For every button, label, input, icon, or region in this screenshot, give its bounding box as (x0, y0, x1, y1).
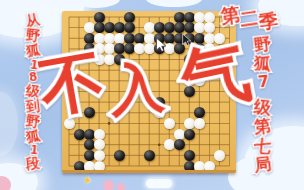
stone-white (94, 139, 105, 150)
stone-white (104, 33, 115, 44)
title-char: 季 (258, 11, 279, 32)
stone-black (84, 139, 95, 150)
stone-white (214, 150, 225, 161)
stone-black (94, 12, 105, 23)
stone-white (114, 33, 125, 44)
title-char: 狐 (253, 54, 272, 73)
stone-black (124, 12, 135, 23)
title-char: 段 (25, 155, 41, 171)
stone-black (84, 129, 95, 140)
stone-white (84, 161, 95, 172)
stone-white (94, 161, 105, 172)
stone-black (74, 161, 85, 172)
cloud-top-center-2 (146, 0, 202, 7)
mini-cloud-decoration (146, 179, 172, 188)
title-char: 第 (253, 117, 272, 136)
title-char: 级 (253, 98, 272, 117)
title-char: 7 (257, 73, 270, 90)
title-char: 狐 (25, 128, 41, 144)
stone-black (104, 22, 115, 33)
title-char: 野 (253, 35, 272, 54)
stone-black (114, 150, 125, 161)
stone-black (84, 150, 95, 161)
stone-white (204, 22, 215, 33)
stone-black (184, 129, 195, 140)
title-char: 局 (253, 155, 272, 174)
stone-black (114, 43, 125, 54)
white-pointer-icon (156, 38, 167, 52)
stone-white (104, 43, 115, 54)
star-decoration-icon: ✦ (80, 172, 94, 189)
stone-white (84, 22, 95, 33)
stone-white (164, 118, 175, 129)
stone-white (94, 129, 105, 140)
pink-blob-decoration-2 (117, 183, 125, 190)
stone-black (74, 129, 85, 140)
stone-black (184, 150, 195, 161)
stone-white (94, 150, 105, 161)
stone-white (204, 161, 215, 172)
pink-blob-decoration (103, 180, 114, 190)
stone-black (114, 22, 125, 33)
title-char: 气 (176, 36, 257, 117)
stone-black (174, 139, 185, 150)
stone-white (204, 12, 215, 23)
cloud-left-mid (0, 92, 18, 156)
stone-black (94, 22, 105, 33)
title-char: 狐 (25, 42, 41, 58)
title-char: 入 (108, 60, 167, 119)
title-char: 不 (35, 47, 109, 121)
stone-black (124, 22, 135, 33)
stone-black (144, 150, 155, 161)
thumbnail-stage: 不入气 第二季 从野狐18级到野狐1段 野狐7级第七局 ✦ (0, 0, 304, 190)
